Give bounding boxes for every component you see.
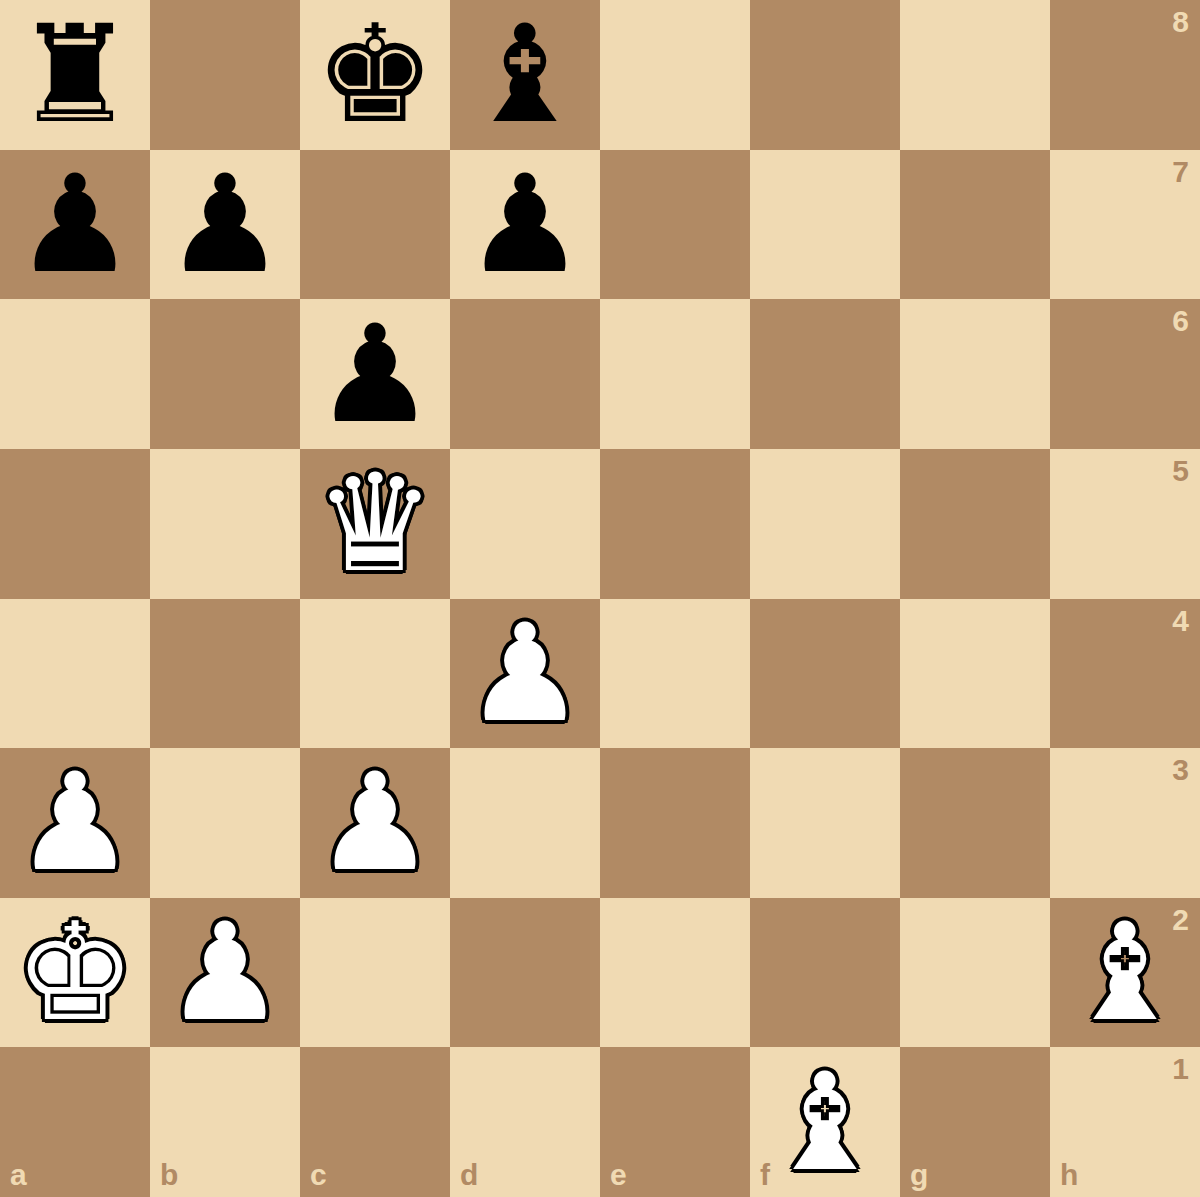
square-g2[interactable] <box>900 898 1050 1048</box>
square-a4[interactable] <box>0 599 150 749</box>
black-pawn-a7[interactable]: ♟ <box>14 157 135 292</box>
white-pawn-a3[interactable]: ♟ <box>14 755 135 890</box>
square-h4[interactable]: 4 <box>1050 599 1200 749</box>
square-g5[interactable] <box>900 449 1050 599</box>
square-d2[interactable] <box>450 898 600 1048</box>
black-pawn-c6[interactable]: ♟ <box>314 307 435 442</box>
white-bishop-h2[interactable]: ♝ <box>1064 905 1185 1040</box>
black-pawn-d7[interactable]: ♟ <box>464 157 585 292</box>
rank-label-7: 7 <box>1172 157 1189 187</box>
square-d5[interactable] <box>450 449 600 599</box>
file-label-e: e <box>610 1160 627 1190</box>
square-f6[interactable] <box>750 299 900 449</box>
white-pawn-d4[interactable]: ♟ <box>464 606 585 741</box>
square-h2[interactable]: 2♝ <box>1050 898 1200 1048</box>
black-rook-a8[interactable]: ♜ <box>14 7 135 142</box>
square-g6[interactable] <box>900 299 1050 449</box>
white-queen-c5[interactable]: ♛ <box>314 456 435 591</box>
rank-label-1: 1 <box>1172 1054 1189 1084</box>
square-b4[interactable] <box>150 599 300 749</box>
square-d4[interactable]: ♟ <box>450 599 600 749</box>
chess-board: ♜♚♝8♟♟♟7♟6♛5♟4♟♟3♚♟2♝abcdef♝g1h <box>0 0 1200 1197</box>
square-h1[interactable]: 1h <box>1050 1047 1200 1197</box>
square-f8[interactable] <box>750 0 900 150</box>
square-c7[interactable] <box>300 150 450 300</box>
white-pawn-b2[interactable]: ♟ <box>164 905 285 1040</box>
square-g4[interactable] <box>900 599 1050 749</box>
square-g8[interactable] <box>900 0 1050 150</box>
square-e1[interactable]: e <box>600 1047 750 1197</box>
square-a8[interactable]: ♜ <box>0 0 150 150</box>
square-c1[interactable]: c <box>300 1047 450 1197</box>
rank-label-8: 8 <box>1172 7 1189 37</box>
square-e6[interactable] <box>600 299 750 449</box>
file-label-b: b <box>160 1160 178 1190</box>
white-king-a2[interactable]: ♚ <box>14 905 135 1040</box>
square-a3[interactable]: ♟ <box>0 748 150 898</box>
square-c2[interactable] <box>300 898 450 1048</box>
square-f5[interactable] <box>750 449 900 599</box>
square-h8[interactable]: 8 <box>1050 0 1200 150</box>
square-b8[interactable] <box>150 0 300 150</box>
square-c5[interactable]: ♛ <box>300 449 450 599</box>
square-d1[interactable]: d <box>450 1047 600 1197</box>
square-g7[interactable] <box>900 150 1050 300</box>
square-b3[interactable] <box>150 748 300 898</box>
square-d3[interactable] <box>450 748 600 898</box>
black-king-c8[interactable]: ♚ <box>314 7 435 142</box>
square-e2[interactable] <box>600 898 750 1048</box>
square-b7[interactable]: ♟ <box>150 150 300 300</box>
square-f1[interactable]: f♝ <box>750 1047 900 1197</box>
square-d6[interactable] <box>450 299 600 449</box>
rank-label-4: 4 <box>1172 606 1189 636</box>
square-c3[interactable]: ♟ <box>300 748 450 898</box>
file-label-c: c <box>310 1160 327 1190</box>
square-b1[interactable]: b <box>150 1047 300 1197</box>
square-c4[interactable] <box>300 599 450 749</box>
square-b6[interactable] <box>150 299 300 449</box>
square-g3[interactable] <box>900 748 1050 898</box>
square-a5[interactable] <box>0 449 150 599</box>
square-e4[interactable] <box>600 599 750 749</box>
file-label-d: d <box>460 1160 478 1190</box>
square-b5[interactable] <box>150 449 300 599</box>
rank-label-6: 6 <box>1172 306 1189 336</box>
square-e5[interactable] <box>600 449 750 599</box>
file-label-h: h <box>1060 1160 1078 1190</box>
rank-label-3: 3 <box>1172 755 1189 785</box>
square-g1[interactable]: g <box>900 1047 1050 1197</box>
rank-label-5: 5 <box>1172 456 1189 486</box>
square-d8[interactable]: ♝ <box>450 0 600 150</box>
square-c8[interactable]: ♚ <box>300 0 450 150</box>
square-c6[interactable]: ♟ <box>300 299 450 449</box>
black-pawn-b7[interactable]: ♟ <box>164 157 285 292</box>
square-e3[interactable] <box>600 748 750 898</box>
file-label-g: g <box>910 1160 928 1190</box>
square-d7[interactable]: ♟ <box>450 150 600 300</box>
file-label-a: a <box>10 1160 27 1190</box>
square-e7[interactable] <box>600 150 750 300</box>
square-a7[interactable]: ♟ <box>0 150 150 300</box>
square-f7[interactable] <box>750 150 900 300</box>
square-a2[interactable]: ♚ <box>0 898 150 1048</box>
square-h7[interactable]: 7 <box>1050 150 1200 300</box>
square-a6[interactable] <box>0 299 150 449</box>
square-f2[interactable] <box>750 898 900 1048</box>
white-pawn-c3[interactable]: ♟ <box>314 755 435 890</box>
square-h6[interactable]: 6 <box>1050 299 1200 449</box>
square-h5[interactable]: 5 <box>1050 449 1200 599</box>
square-f3[interactable] <box>750 748 900 898</box>
square-h3[interactable]: 3 <box>1050 748 1200 898</box>
square-e8[interactable] <box>600 0 750 150</box>
square-a1[interactable]: a <box>0 1047 150 1197</box>
black-bishop-d8[interactable]: ♝ <box>464 7 585 142</box>
square-b2[interactable]: ♟ <box>150 898 300 1048</box>
square-f4[interactable] <box>750 599 900 749</box>
white-bishop-f1[interactable]: ♝ <box>764 1055 885 1190</box>
